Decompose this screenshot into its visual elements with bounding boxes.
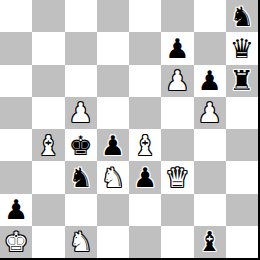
white-pawn: ♟	[69, 99, 93, 126]
square-f4	[161, 129, 193, 161]
black-rook: ♜	[230, 67, 254, 94]
square-g8	[194, 0, 226, 32]
white-bishop: ♝	[133, 132, 157, 159]
square-b6	[32, 65, 64, 97]
square-d1	[97, 226, 129, 258]
square-h5	[226, 97, 258, 129]
black-pawn: ♟	[198, 67, 222, 94]
white-bishop: ♝	[36, 132, 60, 159]
square-c7	[65, 32, 97, 64]
square-b5	[32, 97, 64, 129]
black-pawn: ♟	[101, 132, 125, 159]
black-bishop: ♝	[198, 228, 222, 255]
white-king: ♚	[4, 228, 28, 255]
square-d5	[97, 97, 129, 129]
square-a3	[0, 161, 32, 193]
square-f6: ♟	[161, 65, 193, 97]
square-h7: ♛	[226, 32, 258, 64]
square-e5	[129, 97, 161, 129]
square-h2	[226, 194, 258, 226]
black-king: ♚	[69, 132, 93, 159]
square-g3	[194, 161, 226, 193]
square-b1	[32, 226, 64, 258]
square-h3	[226, 161, 258, 193]
square-e7	[129, 32, 161, 64]
square-e6	[129, 65, 161, 97]
square-b3	[32, 161, 64, 193]
square-f5	[161, 97, 193, 129]
square-d7	[97, 32, 129, 64]
square-b4: ♝	[32, 129, 64, 161]
square-a1: ♚	[0, 226, 32, 258]
square-c1: ♞	[65, 226, 97, 258]
square-f3: ♛	[161, 161, 193, 193]
square-h8: ♞	[226, 0, 258, 32]
square-g4	[194, 129, 226, 161]
square-f8	[161, 0, 193, 32]
square-c2	[65, 194, 97, 226]
square-b8	[32, 0, 64, 32]
black-knight: ♞	[230, 3, 254, 30]
square-b2	[32, 194, 64, 226]
square-h1	[226, 226, 258, 258]
square-d2	[97, 194, 129, 226]
white-pawn: ♟	[198, 99, 222, 126]
square-c3: ♞	[65, 161, 97, 193]
square-g7	[194, 32, 226, 64]
square-f1	[161, 226, 193, 258]
square-b7	[32, 32, 64, 64]
square-c5: ♟	[65, 97, 97, 129]
square-g2	[194, 194, 226, 226]
square-g5: ♟	[194, 97, 226, 129]
chess-board: ♞♟♛♟♟♜♟♟♝♚♟♝♞♞♟♛♟♚♞♝	[0, 0, 260, 260]
square-e3: ♟	[129, 161, 161, 193]
white-queen: ♛	[165, 164, 189, 191]
square-d6	[97, 65, 129, 97]
square-f7: ♟	[161, 32, 193, 64]
black-pawn: ♟	[4, 196, 28, 223]
square-c8	[65, 0, 97, 32]
white-pawn: ♟	[165, 67, 189, 94]
square-e4: ♝	[129, 129, 161, 161]
square-e2	[129, 194, 161, 226]
square-a7	[0, 32, 32, 64]
square-e1	[129, 226, 161, 258]
black-queen: ♛	[230, 35, 254, 62]
square-a6	[0, 65, 32, 97]
square-c6	[65, 65, 97, 97]
square-d8	[97, 0, 129, 32]
square-a4	[0, 129, 32, 161]
square-g1: ♝	[194, 226, 226, 258]
square-d3: ♞	[97, 161, 129, 193]
square-c4: ♚	[65, 129, 97, 161]
square-a5	[0, 97, 32, 129]
square-h6: ♜	[226, 65, 258, 97]
black-knight: ♞	[69, 164, 93, 191]
square-h4	[226, 129, 258, 161]
square-e8	[129, 0, 161, 32]
white-knight: ♞	[101, 164, 125, 191]
square-a2: ♟	[0, 194, 32, 226]
square-f2	[161, 194, 193, 226]
square-a8	[0, 0, 32, 32]
square-g6: ♟	[194, 65, 226, 97]
white-knight: ♞	[69, 228, 93, 255]
black-pawn: ♟	[165, 35, 189, 62]
square-d4: ♟	[97, 129, 129, 161]
black-pawn: ♟	[133, 164, 157, 191]
